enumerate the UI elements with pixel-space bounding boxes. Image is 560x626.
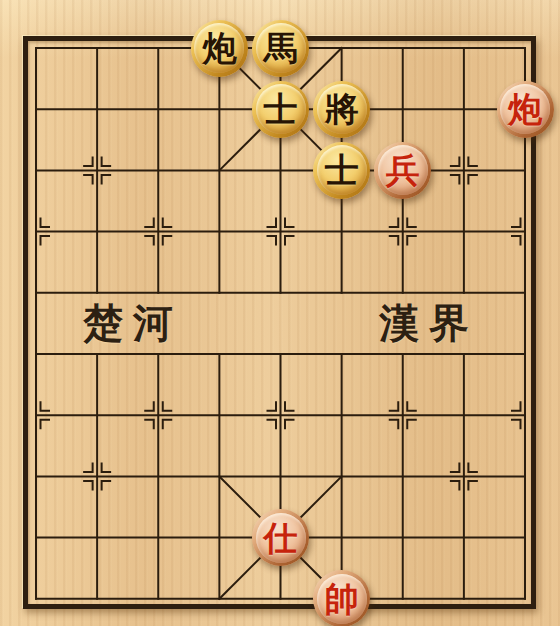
horse-glyph: 馬 xyxy=(264,31,298,65)
piece-face: 兵 xyxy=(378,145,428,195)
cannon-glyph: 炮 xyxy=(202,31,236,65)
advisor-glyph: 士 xyxy=(325,153,359,187)
piece-red-advisor[interactable]: 仕 xyxy=(252,509,309,566)
piece-black-general[interactable]: 將 xyxy=(313,81,370,138)
piece-black-horse[interactable]: 馬 xyxy=(252,20,309,77)
piece-red-general[interactable]: 帥 xyxy=(313,570,370,626)
piece-black-advisor[interactable]: 士 xyxy=(252,81,309,138)
piece-face: 炮 xyxy=(194,23,244,73)
advisor-glyph: 仕 xyxy=(264,521,298,555)
piece-face: 帥 xyxy=(317,574,367,624)
piece-face: 炮 xyxy=(500,84,550,134)
piece-red-cannon[interactable]: 炮 xyxy=(497,81,554,138)
piece-face: 馬 xyxy=(256,23,306,73)
piece-black-advisor[interactable]: 士 xyxy=(313,142,370,199)
general-glyph: 帥 xyxy=(325,582,359,616)
river-label-chu-he: 楚河 xyxy=(83,296,183,351)
river-label-han-jie: 漢界 xyxy=(379,296,479,351)
piece-red-soldier[interactable]: 兵 xyxy=(374,142,431,199)
advisor-glyph: 士 xyxy=(264,92,298,126)
cannon-glyph: 炮 xyxy=(508,92,542,126)
piece-face: 士 xyxy=(256,84,306,134)
piece-black-cannon[interactable]: 炮 xyxy=(191,20,248,77)
soldier-glyph: 兵 xyxy=(386,153,420,187)
piece-face: 將 xyxy=(317,84,367,134)
piece-face: 仕 xyxy=(256,513,306,563)
xiangqi-board: 楚河 漢界 炮馬士將士兵炮仕帥 xyxy=(0,0,560,626)
piece-face: 士 xyxy=(317,145,367,195)
general-glyph: 將 xyxy=(325,92,359,126)
